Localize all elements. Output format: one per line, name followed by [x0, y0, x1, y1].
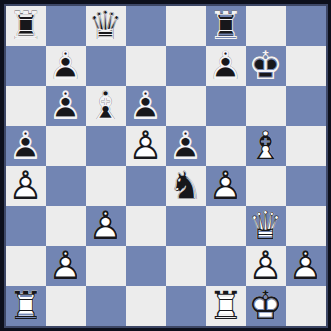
square-h6[interactable]: [286, 86, 326, 126]
square-f6[interactable]: [206, 86, 246, 126]
piece-outline-layer: ♖: [206, 286, 246, 326]
square-a1[interactable]: ♜♖: [6, 286, 46, 326]
square-b6[interactable]: ♟♙: [46, 86, 86, 126]
square-e5[interactable]: ♟♙: [166, 126, 206, 166]
square-g3[interactable]: ♛♕: [246, 206, 286, 246]
piece-outline-layer: ♙: [126, 126, 166, 166]
square-g6[interactable]: [246, 86, 286, 126]
square-a6[interactable]: [6, 86, 46, 126]
piece-black-rook[interactable]: ♜♖: [206, 6, 246, 46]
piece-outline-layer: ♖: [6, 286, 46, 326]
piece-outline-layer: ♔: [246, 46, 286, 86]
square-h4[interactable]: [286, 166, 326, 206]
square-h2[interactable]: ♟♙: [286, 246, 326, 286]
piece-outline-layer: ♙: [246, 246, 286, 286]
piece-black-pawn[interactable]: ♟♙: [6, 126, 46, 166]
square-g5[interactable]: ♝♗: [246, 126, 286, 166]
piece-white-king[interactable]: ♚♔: [246, 286, 286, 326]
square-f3[interactable]: [206, 206, 246, 246]
piece-white-bishop[interactable]: ♝♗: [246, 126, 286, 166]
piece-white-pawn[interactable]: ♟♙: [206, 166, 246, 206]
square-e4[interactable]: ♞♘: [166, 166, 206, 206]
piece-outline-layer: ♔: [246, 286, 286, 326]
piece-outline-layer: ♙: [46, 246, 86, 286]
square-d1[interactable]: [126, 286, 166, 326]
square-e2[interactable]: [166, 246, 206, 286]
square-f4[interactable]: ♟♙: [206, 166, 246, 206]
square-d7[interactable]: [126, 46, 166, 86]
piece-white-rook[interactable]: ♜♖: [6, 286, 46, 326]
square-a5[interactable]: ♟♙: [6, 126, 46, 166]
piece-outline-layer: ♙: [286, 246, 326, 286]
piece-white-pawn[interactable]: ♟♙: [246, 246, 286, 286]
piece-white-pawn[interactable]: ♟♙: [6, 166, 46, 206]
square-a2[interactable]: [6, 246, 46, 286]
piece-black-pawn[interactable]: ♟♙: [166, 126, 206, 166]
square-b8[interactable]: [46, 6, 86, 46]
square-c8[interactable]: ♛♕: [86, 6, 126, 46]
square-e3[interactable]: [166, 206, 206, 246]
piece-white-queen[interactable]: ♛♕: [246, 206, 286, 246]
piece-black-pawn[interactable]: ♟♙: [206, 46, 246, 86]
piece-black-queen[interactable]: ♛♕: [86, 6, 126, 46]
square-c3[interactable]: ♟♙: [86, 206, 126, 246]
square-c4[interactable]: [86, 166, 126, 206]
piece-outline-layer: ♖: [6, 6, 46, 46]
square-a8[interactable]: ♜♖: [6, 6, 46, 46]
square-g2[interactable]: ♟♙: [246, 246, 286, 286]
piece-outline-layer: ♙: [86, 206, 126, 246]
square-b1[interactable]: [46, 286, 86, 326]
square-d3[interactable]: [126, 206, 166, 246]
square-f1[interactable]: ♜♖: [206, 286, 246, 326]
piece-outline-layer: ♙: [46, 86, 86, 126]
square-f8[interactable]: ♜♖: [206, 6, 246, 46]
square-d8[interactable]: [126, 6, 166, 46]
square-a4[interactable]: ♟♙: [6, 166, 46, 206]
square-b2[interactable]: ♟♙: [46, 246, 86, 286]
square-f7[interactable]: ♟♙: [206, 46, 246, 86]
square-h1[interactable]: [286, 286, 326, 326]
square-g1[interactable]: ♚♔: [246, 286, 286, 326]
piece-white-pawn[interactable]: ♟♙: [86, 206, 126, 246]
square-b3[interactable]: [46, 206, 86, 246]
piece-outline-layer: ♗: [86, 86, 126, 126]
piece-white-rook[interactable]: ♜♖: [206, 286, 246, 326]
piece-outline-layer: ♙: [6, 166, 46, 206]
square-e6[interactable]: [166, 86, 206, 126]
piece-black-king[interactable]: ♚♔: [246, 46, 286, 86]
square-c2[interactable]: [86, 246, 126, 286]
square-h3[interactable]: [286, 206, 326, 246]
square-c1[interactable]: [86, 286, 126, 326]
piece-outline-layer: ♙: [126, 86, 166, 126]
piece-outline-layer: ♙: [206, 166, 246, 206]
square-d6[interactable]: ♟♙: [126, 86, 166, 126]
piece-outline-layer: ♖: [206, 6, 246, 46]
chess-board: ♜♖♛♕♜♖♟♙♟♙♚♔♟♙♝♗♟♙♟♙♟♙♟♙♝♗♟♙♞♘♟♙♟♙♛♕♟♙♟♙…: [6, 6, 326, 326]
square-c5[interactable]: [86, 126, 126, 166]
piece-outline-layer: ♕: [86, 6, 126, 46]
piece-outline-layer: ♙: [166, 126, 206, 166]
square-b4[interactable]: [46, 166, 86, 206]
piece-outline-layer: ♕: [246, 206, 286, 246]
piece-outline-layer: ♙: [206, 46, 246, 86]
square-c6[interactable]: ♝♗: [86, 86, 126, 126]
square-h5[interactable]: [286, 126, 326, 166]
piece-white-pawn[interactable]: ♟♙: [46, 246, 86, 286]
piece-outline-layer: ♗: [246, 126, 286, 166]
chess-board-frame: ♜♖♛♕♜♖♟♙♟♙♚♔♟♙♝♗♟♙♟♙♟♙♟♙♝♗♟♙♞♘♟♙♟♙♛♕♟♙♟♙…: [0, 0, 331, 331]
square-f2[interactable]: [206, 246, 246, 286]
square-h7[interactable]: [286, 46, 326, 86]
piece-black-bishop[interactable]: ♝♗: [86, 86, 126, 126]
piece-outline-layer: ♘: [166, 166, 206, 206]
square-g4[interactable]: [246, 166, 286, 206]
piece-outline-layer: ♙: [46, 46, 86, 86]
square-a7[interactable]: [6, 46, 46, 86]
square-d5[interactable]: ♟♙: [126, 126, 166, 166]
square-e8[interactable]: [166, 6, 206, 46]
piece-black-pawn[interactable]: ♟♙: [46, 86, 86, 126]
square-f5[interactable]: [206, 126, 246, 166]
square-b5[interactable]: [46, 126, 86, 166]
square-e7[interactable]: [166, 46, 206, 86]
piece-black-rook[interactable]: ♜♖: [6, 6, 46, 46]
square-a3[interactable]: [6, 206, 46, 246]
piece-white-pawn[interactable]: ♟♙: [126, 126, 166, 166]
square-c7[interactable]: [86, 46, 126, 86]
square-e1[interactable]: [166, 286, 206, 326]
square-b7[interactable]: ♟♙: [46, 46, 86, 86]
piece-black-knight[interactable]: ♞♘: [166, 166, 206, 206]
square-d4[interactable]: [126, 166, 166, 206]
square-d2[interactable]: [126, 246, 166, 286]
square-h8[interactable]: [286, 6, 326, 46]
square-g8[interactable]: [246, 6, 286, 46]
piece-black-pawn[interactable]: ♟♙: [126, 86, 166, 126]
piece-black-pawn[interactable]: ♟♙: [46, 46, 86, 86]
piece-outline-layer: ♙: [6, 126, 46, 166]
piece-white-pawn[interactable]: ♟♙: [286, 246, 326, 286]
square-g7[interactable]: ♚♔: [246, 46, 286, 86]
